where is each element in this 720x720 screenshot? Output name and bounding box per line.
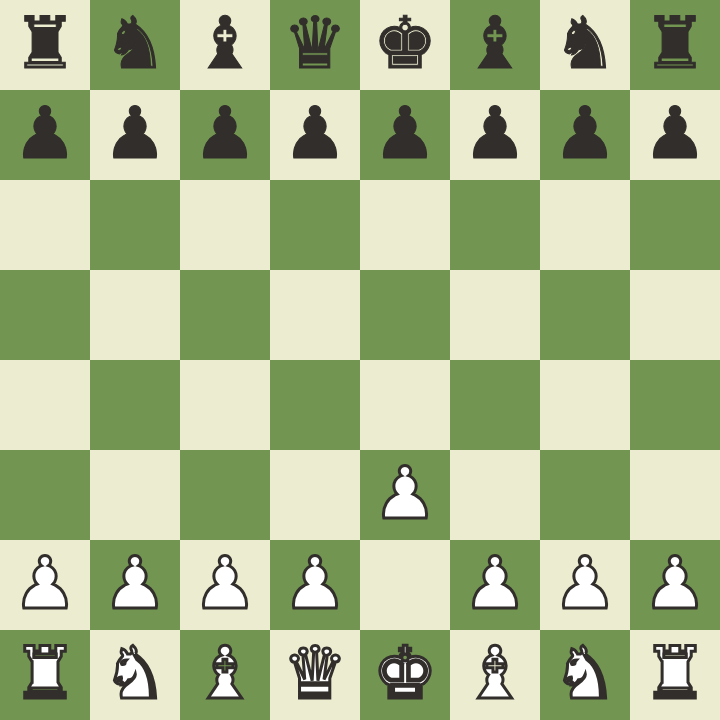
square-e2[interactable] (360, 540, 450, 630)
square-h6[interactable] (630, 180, 720, 270)
square-g4[interactable] (540, 360, 630, 450)
white-bishop[interactable]: ♝ (193, 637, 258, 709)
black-pawn[interactable]: ♟ (463, 97, 528, 169)
square-a7[interactable]: ♟ (0, 90, 90, 180)
square-b3[interactable] (90, 450, 180, 540)
black-queen[interactable]: ♛ (283, 7, 348, 79)
square-d4[interactable] (270, 360, 360, 450)
square-g8[interactable]: ♞ (540, 0, 630, 90)
square-h7[interactable]: ♟ (630, 90, 720, 180)
black-pawn[interactable]: ♟ (103, 97, 168, 169)
white-pawn[interactable]: ♟ (553, 547, 618, 619)
square-e6[interactable] (360, 180, 450, 270)
square-h8[interactable]: ♜ (630, 0, 720, 90)
white-knight[interactable]: ♞ (553, 637, 618, 709)
square-c7[interactable]: ♟ (180, 90, 270, 180)
square-h5[interactable] (630, 270, 720, 360)
square-g3[interactable] (540, 450, 630, 540)
white-rook[interactable]: ♜ (643, 637, 708, 709)
square-g6[interactable] (540, 180, 630, 270)
black-rook[interactable]: ♜ (13, 7, 78, 79)
square-h1[interactable]: ♜ (630, 630, 720, 720)
black-knight[interactable]: ♞ (553, 7, 618, 79)
square-f3[interactable] (450, 450, 540, 540)
square-d6[interactable] (270, 180, 360, 270)
square-g1[interactable]: ♞ (540, 630, 630, 720)
square-b2[interactable]: ♟ (90, 540, 180, 630)
square-c4[interactable] (180, 360, 270, 450)
square-g2[interactable]: ♟ (540, 540, 630, 630)
square-a5[interactable] (0, 270, 90, 360)
black-pawn[interactable]: ♟ (373, 97, 438, 169)
square-f2[interactable]: ♟ (450, 540, 540, 630)
square-d8[interactable]: ♛ (270, 0, 360, 90)
square-h3[interactable] (630, 450, 720, 540)
white-rook[interactable]: ♜ (13, 637, 78, 709)
square-c5[interactable] (180, 270, 270, 360)
white-king[interactable]: ♚ (373, 637, 438, 709)
white-queen[interactable]: ♛ (283, 637, 348, 709)
white-pawn[interactable]: ♟ (283, 547, 348, 619)
black-pawn[interactable]: ♟ (283, 97, 348, 169)
square-h2[interactable]: ♟ (630, 540, 720, 630)
white-pawn[interactable]: ♟ (373, 457, 438, 529)
square-d7[interactable]: ♟ (270, 90, 360, 180)
black-pawn[interactable]: ♟ (553, 97, 618, 169)
square-a8[interactable]: ♜ (0, 0, 90, 90)
square-a1[interactable]: ♜ (0, 630, 90, 720)
square-b4[interactable] (90, 360, 180, 450)
square-b5[interactable] (90, 270, 180, 360)
square-e4[interactable] (360, 360, 450, 450)
square-f4[interactable] (450, 360, 540, 450)
black-bishop[interactable]: ♝ (463, 7, 528, 79)
black-pawn[interactable]: ♟ (13, 97, 78, 169)
square-e8[interactable]: ♚ (360, 0, 450, 90)
square-f1[interactable]: ♝ (450, 630, 540, 720)
square-d3[interactable] (270, 450, 360, 540)
white-pawn[interactable]: ♟ (643, 547, 708, 619)
square-c6[interactable] (180, 180, 270, 270)
black-knight[interactable]: ♞ (103, 7, 168, 79)
square-g5[interactable] (540, 270, 630, 360)
square-b6[interactable] (90, 180, 180, 270)
square-a6[interactable] (0, 180, 90, 270)
black-rook[interactable]: ♜ (643, 7, 708, 79)
white-bishop[interactable]: ♝ (463, 637, 528, 709)
black-pawn[interactable]: ♟ (193, 97, 258, 169)
square-a2[interactable]: ♟ (0, 540, 90, 630)
square-a3[interactable] (0, 450, 90, 540)
square-d2[interactable]: ♟ (270, 540, 360, 630)
white-pawn[interactable]: ♟ (13, 547, 78, 619)
square-c3[interactable] (180, 450, 270, 540)
square-h4[interactable] (630, 360, 720, 450)
square-b1[interactable]: ♞ (90, 630, 180, 720)
square-a4[interactable] (0, 360, 90, 450)
square-c8[interactable]: ♝ (180, 0, 270, 90)
square-e7[interactable]: ♟ (360, 90, 450, 180)
square-e5[interactable] (360, 270, 450, 360)
white-knight[interactable]: ♞ (103, 637, 168, 709)
black-king[interactable]: ♚ (373, 7, 438, 79)
square-b8[interactable]: ♞ (90, 0, 180, 90)
chess-board: ♜♞♝♛♚♝♞♜♟♟♟♟♟♟♟♟♟♟♟♟♟♟♟♟♜♞♝♛♚♝♞♜ (0, 0, 720, 720)
black-bishop[interactable]: ♝ (193, 7, 258, 79)
square-g7[interactable]: ♟ (540, 90, 630, 180)
white-pawn[interactable]: ♟ (103, 547, 168, 619)
white-pawn[interactable]: ♟ (193, 547, 258, 619)
square-b7[interactable]: ♟ (90, 90, 180, 180)
square-f8[interactable]: ♝ (450, 0, 540, 90)
square-f7[interactable]: ♟ (450, 90, 540, 180)
square-f6[interactable] (450, 180, 540, 270)
square-d5[interactable] (270, 270, 360, 360)
square-e1[interactable]: ♚ (360, 630, 450, 720)
square-e3[interactable]: ♟ (360, 450, 450, 540)
square-c2[interactable]: ♟ (180, 540, 270, 630)
white-pawn[interactable]: ♟ (463, 547, 528, 619)
square-d1[interactable]: ♛ (270, 630, 360, 720)
square-c1[interactable]: ♝ (180, 630, 270, 720)
black-pawn[interactable]: ♟ (643, 97, 708, 169)
square-f5[interactable] (450, 270, 540, 360)
